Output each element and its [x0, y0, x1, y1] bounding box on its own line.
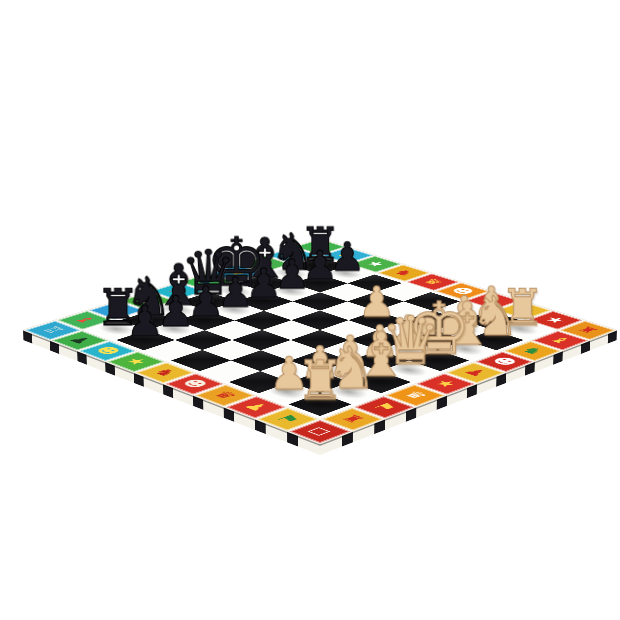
- pieces-layer: ♜♞♝♛♚♝♞♜♟♟♟♟♟♟♟♟♟♟♟♟♟♟♟♟♜♞♝♛♚♝♞♜: [23, 238, 617, 444]
- chess-board: ♖♟★♞♛☻♟⚑★♜♝♞☻♟★♛⚑♜◻⚑♟♛☻♞★☻♟♖♜♚★♟⚑☻♞♝ ♜♞♝…: [23, 238, 617, 444]
- black-pawn-glyph: ♟: [126, 302, 164, 342]
- board-scene: ♖♟★♞♛☻♟⚑★♜♝♞☻♟★♛⚑♜◻⚑♟♛☻♞★☻♟♖♜♚★♟⚑☻♞♝ ♜♞♝…: [0, 0, 620, 620]
- white-rook-glyph: ♜: [296, 355, 344, 406]
- product-photo-page: ♖♟★♞♛☻♟⚑★♜♝♞☻♟★♛⚑♜◻⚑♟♛☻♞★☻♟♖♜♚★♟⚑☻♞♝ ♜♞♝…: [0, 0, 620, 620]
